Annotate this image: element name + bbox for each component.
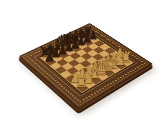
piece-black-pawn-a7: ♟ — [44, 51, 55, 63]
pieces-layer: ♜♞♝♛♚♝♞♜♟♟♟♟♟♟♟♟♟♟♟♟♟♟♟♟♜♞♝♛♚♝♞♜ — [0, 0, 166, 120]
chess-set-product-photo: ♜♞♝♛♚♝♞♜♟♟♟♟♟♟♟♟♟♟♟♟♟♟♟♟♜♞♝♛♚♝♞♜ — [0, 0, 166, 120]
scene: ♜♞♝♛♚♝♞♜♟♟♟♟♟♟♟♟♟♟♟♟♟♟♟♟♜♞♝♛♚♝♞♜ — [0, 0, 166, 120]
piece-white-rook-a1: ♜ — [74, 74, 88, 89]
